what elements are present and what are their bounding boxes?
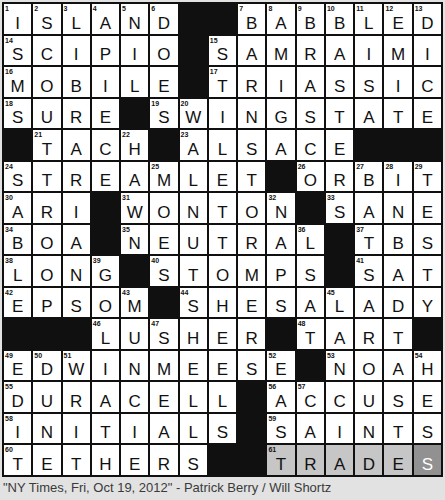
cell-r7c5[interactable]: 31W [121, 193, 148, 223]
cell-r14c12[interactable]: I [326, 414, 353, 444]
cell-r6c2[interactable]: T [33, 162, 60, 192]
black-cell-r11c10 [267, 319, 294, 349]
cell-r3c12[interactable]: S [326, 67, 353, 97]
cell-r5c5[interactable]: 22H [121, 130, 148, 160]
cell-r13c13[interactable]: U [355, 382, 382, 412]
cell-r13c14[interactable]: S [384, 382, 411, 412]
cell-letter: R [297, 46, 324, 63]
cell-r4c9[interactable]: N [238, 99, 265, 129]
cell-r8c1[interactable]: 34B [4, 225, 31, 255]
cell-r11c6[interactable]: 47S [150, 319, 177, 349]
clue-number: 19 [151, 99, 159, 108]
cell-letter: S [4, 46, 31, 63]
cell-r3c8[interactable]: 17T [209, 67, 236, 97]
cell-r7c8[interactable]: T [209, 193, 236, 223]
cell-letter: S [414, 424, 441, 441]
cell-r8c15[interactable]: S [414, 225, 441, 255]
cell-r4c11[interactable]: S [297, 99, 324, 129]
cell-r2c6[interactable]: O [150, 36, 177, 66]
cell-letter: I [4, 424, 31, 441]
cell-letter: H [180, 330, 207, 347]
cell-r12c14[interactable]: A [384, 351, 411, 381]
clue-number: 2 [34, 4, 38, 13]
cell-letter: T [384, 424, 411, 441]
cell-letter: L [4, 267, 31, 284]
cell-r6c8[interactable]: E [209, 162, 236, 192]
cell-letter: A [267, 141, 294, 158]
cell-r8c11[interactable]: 36L [297, 225, 324, 255]
black-cell-r14c9 [238, 414, 265, 444]
cell-r5c9[interactable]: S [238, 130, 265, 160]
cell-letter: I [355, 46, 382, 63]
cell-r8c2[interactable]: O [33, 225, 60, 255]
cell-r12c9[interactable]: S [238, 351, 265, 381]
cell-r15c2[interactable]: E [33, 445, 60, 475]
cell-letter: S [297, 267, 324, 284]
cell-r15c13[interactable]: D [355, 445, 382, 475]
cell-letter: N [384, 204, 411, 221]
cell-r9c7[interactable]: T [180, 256, 207, 286]
cell-letter: E [92, 172, 119, 189]
cell-r7c2[interactable]: R [33, 193, 60, 223]
cell-r2c12[interactable]: A [326, 36, 353, 66]
cell-r10c15[interactable]: Y [414, 288, 441, 318]
cell-r11c7[interactable]: H [180, 319, 207, 349]
cell-letter: A [238, 46, 265, 63]
cell-r10c9[interactable]: E [238, 288, 265, 318]
cell-r7c13[interactable]: A [355, 193, 382, 223]
cell-r1c15[interactable]: 13D [414, 4, 441, 34]
cell-r13c2[interactable]: U [33, 382, 60, 412]
cell-r14c6[interactable]: A [150, 414, 177, 444]
cell-r4c6[interactable]: 19S [150, 99, 177, 129]
cell-letter: C [414, 78, 441, 95]
cell-r12c4[interactable]: I [92, 351, 119, 381]
cell-letter: L [180, 424, 207, 441]
clue-number: 36 [298, 225, 306, 234]
cell-letter: A [92, 393, 119, 410]
cell-letter: N [121, 235, 148, 252]
cell-r14c15[interactable]: S [414, 414, 441, 444]
clue-number: 25 [151, 162, 159, 171]
cell-letter: E [209, 172, 236, 189]
black-cell-r11c3 [63, 319, 90, 349]
cell-r11c8[interactable]: E [209, 319, 236, 349]
cell-r14c2[interactable]: N [33, 414, 60, 444]
cell-letter: R [238, 235, 265, 252]
cell-letter: T [384, 109, 411, 126]
cell-r3c6[interactable]: E [150, 67, 177, 97]
cell-r7c10[interactable]: 32N [267, 193, 294, 223]
clue-number: 1 [5, 4, 9, 13]
cell-letter: I [63, 424, 90, 441]
cell-r12c13[interactable]: O [355, 351, 382, 381]
cell-r12c12[interactable]: 53N [326, 351, 353, 381]
cell-r3c1[interactable]: 16M [4, 67, 31, 97]
cell-r8c10[interactable]: A [267, 225, 294, 255]
clue-number: 32 [268, 193, 276, 202]
cell-r10c14[interactable]: D [384, 288, 411, 318]
cell-r14c1[interactable]: 58I [4, 414, 31, 444]
cell-r6c13[interactable]: 27B [355, 162, 382, 192]
cell-r15c4[interactable]: H [92, 445, 119, 475]
cell-r8c13[interactable]: 37T [355, 225, 382, 255]
cell-r3c3[interactable]: B [63, 67, 90, 97]
cell-letter: B [297, 15, 324, 32]
clue-number: 8 [268, 4, 272, 13]
cell-r15c5[interactable]: E [121, 445, 148, 475]
cell-r1c9[interactable]: 7B [238, 4, 265, 34]
cell-letter: O [355, 361, 382, 378]
cell-r2c10[interactable]: M [267, 36, 294, 66]
cell-letter: B [238, 15, 265, 32]
black-cell-r1c7 [180, 4, 207, 34]
cell-r6c14[interactable]: 28I [384, 162, 411, 192]
clue-number: 38 [5, 256, 13, 265]
cell-letter: I [414, 46, 441, 63]
cell-letter: A [297, 78, 324, 95]
cell-letter: M [238, 267, 265, 284]
cell-r10c13[interactable]: A [355, 288, 382, 318]
cell-r7c6[interactable]: O [150, 193, 177, 223]
cell-letter: N [326, 361, 353, 378]
cell-r5c4[interactable]: C [92, 130, 119, 160]
cell-r13c6[interactable]: E [150, 382, 177, 412]
cell-r8c3[interactable]: A [63, 225, 90, 255]
cell-letter: I [267, 78, 294, 95]
cell-r1c6[interactable]: 6D [150, 4, 177, 34]
cell-letter: A [355, 204, 382, 221]
cell-r13c7[interactable]: L [180, 382, 207, 412]
cell-r10c5[interactable]: 43M [121, 288, 148, 318]
cell-r1c4[interactable]: 4A [92, 4, 119, 34]
cell-r14c11[interactable]: A [297, 414, 324, 444]
cell-r1c3[interactable]: 3L [63, 4, 90, 34]
cell-r14c10[interactable]: 59S [267, 414, 294, 444]
clue-number: 59 [268, 414, 276, 423]
cell-r9c8[interactable]: O [209, 256, 236, 286]
cell-r7c12[interactable]: 33S [326, 193, 353, 223]
cell-r13c10[interactable]: 56A [267, 382, 294, 412]
black-cell-r5c14 [384, 130, 411, 160]
cell-r5c2[interactable]: 21T [33, 130, 60, 160]
cell-r1c2[interactable]: 2S [33, 4, 60, 34]
cell-r6c5[interactable]: A [121, 162, 148, 192]
black-cell-r5c13 [355, 130, 382, 160]
cell-letter: E [121, 456, 148, 473]
cell-r8c7[interactable]: U [180, 225, 207, 255]
cell-letter: C [92, 141, 119, 158]
cell-r4c13[interactable]: A [355, 99, 382, 129]
cell-r13c3[interactable]: R [63, 382, 90, 412]
cell-r10c2[interactable]: P [33, 288, 60, 318]
cell-r9c10[interactable]: P [267, 256, 294, 286]
cell-r6c6[interactable]: 25M [150, 162, 177, 192]
cell-r14c7[interactable]: L [180, 414, 207, 444]
clue-number: 43 [122, 288, 130, 297]
cell-letter: A [121, 172, 148, 189]
cell-r4c7[interactable]: 20W [180, 99, 207, 129]
cell-r12c5[interactable]: N [121, 351, 148, 381]
cell-r7c1[interactable]: 30A [4, 193, 31, 223]
cell-r3c9[interactable]: R [238, 67, 265, 97]
clue-number: 15 [210, 36, 218, 45]
clue-number: 20 [181, 99, 189, 108]
cell-r14c4[interactable]: T [92, 414, 119, 444]
cell-r1c10[interactable]: 8A [267, 4, 294, 34]
cell-r2c4[interactable]: P [92, 36, 119, 66]
cell-r13c5[interactable]: C [121, 382, 148, 412]
cell-r12c7[interactable]: E [180, 351, 207, 381]
cell-r9c1[interactable]: 38L [4, 256, 31, 286]
cell-r15c14[interactable]: E [384, 445, 411, 475]
cell-r3c10[interactable]: I [267, 67, 294, 97]
clue-number: 13 [415, 4, 423, 13]
cell-letter: E [209, 330, 236, 347]
cell-r6c7[interactable]: L [180, 162, 207, 192]
cell-letter: E [150, 235, 177, 252]
cell-r12c8[interactable]: E [209, 351, 236, 381]
cell-r7c15[interactable]: E [414, 193, 441, 223]
cell-r13c11[interactable]: 57C [297, 382, 324, 412]
cell-letter: W [121, 204, 148, 221]
cell-letter: I [92, 361, 119, 378]
cell-letter: C [297, 393, 324, 410]
cell-letter: E [414, 109, 441, 126]
cell-r10c8[interactable]: H [209, 288, 236, 318]
cell-r8c6[interactable]: E [150, 225, 177, 255]
cell-r5c8[interactable]: L [209, 130, 236, 160]
cell-letter: A [180, 141, 207, 158]
cell-letter: T [414, 172, 441, 189]
cell-r11c11[interactable]: 48T [297, 319, 324, 349]
cell-r5c11[interactable]: C [297, 130, 324, 160]
cell-r1c12[interactable]: 10B [326, 4, 353, 34]
cell-letter: S [267, 424, 294, 441]
cell-r9c4[interactable]: 39G [92, 256, 119, 286]
cell-r2c1[interactable]: 14S [4, 36, 31, 66]
cell-r14c14[interactable]: T [384, 414, 411, 444]
cell-r7c3[interactable]: I [63, 193, 90, 223]
cell-r1c13[interactable]: 11L [355, 4, 382, 34]
cell-r4c2[interactable]: U [33, 99, 60, 129]
cell-r6c15[interactable]: 29T [414, 162, 441, 192]
cell-letter: N [33, 424, 60, 441]
cell-r1c5[interactable]: 5N [121, 4, 148, 34]
cell-r15c15[interactable]: S [414, 445, 441, 475]
cell-r3c14[interactable]: I [384, 67, 411, 97]
cell-r10c12[interactable]: 45L [326, 288, 353, 318]
cell-r5c3[interactable]: A [63, 130, 90, 160]
cell-r14c8[interactable]: S [209, 414, 236, 444]
cell-r5c12[interactable]: E [326, 130, 353, 160]
cell-r6c1[interactable]: 24S [4, 162, 31, 192]
cell-letter: G [92, 267, 119, 284]
black-cell-r1c8 [209, 4, 236, 34]
cell-r6c3[interactable]: R [63, 162, 90, 192]
cell-r3c2[interactable]: O [33, 67, 60, 97]
cell-letter: I [4, 15, 31, 32]
cell-letter: S [33, 15, 60, 32]
black-cell-r7c4 [92, 193, 119, 223]
cell-r9c14[interactable]: A [384, 256, 411, 286]
cell-letter: S [238, 361, 265, 378]
cell-letter: T [4, 456, 31, 473]
cell-r13c1[interactable]: 55D [4, 382, 31, 412]
clue-number: 35 [122, 225, 130, 234]
cell-r15c10[interactable]: 61T [267, 445, 294, 475]
cell-r15c3[interactable]: T [63, 445, 90, 475]
cell-r4c10[interactable]: G [267, 99, 294, 129]
cell-r3c13[interactable]: S [355, 67, 382, 97]
cell-r2c2[interactable]: C [33, 36, 60, 66]
cell-r15c12[interactable]: A [326, 445, 353, 475]
cell-r13c8[interactable]: L [209, 382, 236, 412]
cell-r7c14[interactable]: N [384, 193, 411, 223]
black-cell-r15c8 [209, 445, 236, 475]
cell-r12c2[interactable]: 50D [33, 351, 60, 381]
cell-r3c5[interactable]: L [121, 67, 148, 97]
cell-letter: S [384, 393, 411, 410]
cell-letter: G [267, 109, 294, 126]
cell-r2c5[interactable]: I [121, 36, 148, 66]
cell-r12c6[interactable]: M [150, 351, 177, 381]
cell-r2c3[interactable]: I [63, 36, 90, 66]
cell-r14c13[interactable]: N [355, 414, 382, 444]
cell-r7c7[interactable]: N [180, 193, 207, 223]
cell-r4c14[interactable]: T [384, 99, 411, 129]
cell-r12c10[interactable]: 52E [267, 351, 294, 381]
cell-r11c5[interactable]: U [121, 319, 148, 349]
cell-letter: A [297, 298, 324, 315]
cell-r9c3[interactable]: N [63, 256, 90, 286]
cell-r9c2[interactable]: O [33, 256, 60, 286]
cell-r1c1[interactable]: 1I [4, 4, 31, 34]
cell-letter: B [355, 172, 382, 189]
cell-r2c9[interactable]: A [238, 36, 265, 66]
cell-r6c12[interactable]: R [326, 162, 353, 192]
cell-letter: B [384, 235, 411, 252]
cell-r8c5[interactable]: 35N [121, 225, 148, 255]
cell-r8c8[interactable]: T [209, 225, 236, 255]
cell-r14c5[interactable]: I [121, 414, 148, 444]
cell-letter: U [33, 109, 60, 126]
cell-r11c13[interactable]: R [355, 319, 382, 349]
cell-letter: O [209, 267, 236, 284]
cell-r9c9[interactable]: M [238, 256, 265, 286]
cell-r10c3[interactable]: S [63, 288, 90, 318]
clue-number: 5 [122, 4, 126, 13]
cell-r12c15[interactable]: 54H [414, 351, 441, 381]
cell-r15c11[interactable]: R [297, 445, 324, 475]
cell-r7c9[interactable]: O [238, 193, 265, 223]
cell-letter: A [326, 330, 353, 347]
cell-r4c15[interactable]: E [414, 99, 441, 129]
cell-r11c4[interactable]: 46L [92, 319, 119, 349]
cell-r2c13[interactable]: I [355, 36, 382, 66]
cell-r11c9[interactable]: R [238, 319, 265, 349]
cell-r10c1[interactable]: 42E [4, 288, 31, 318]
cell-r4c4[interactable]: E [92, 99, 119, 129]
cell-r15c7[interactable]: S [180, 445, 207, 475]
cell-letter: R [326, 172, 353, 189]
cell-r2c8[interactable]: 15S [209, 36, 236, 66]
cell-r3c15[interactable]: C [414, 67, 441, 97]
clue-number: 31 [122, 193, 130, 202]
cell-r2c11[interactable]: R [297, 36, 324, 66]
cell-r9c15[interactable]: T [414, 256, 441, 286]
cell-r14c3[interactable]: I [63, 414, 90, 444]
cell-letter: M [150, 361, 177, 378]
cell-r12c1[interactable]: 49E [4, 351, 31, 381]
cell-r8c9[interactable]: R [238, 225, 265, 255]
cell-r9c13[interactable]: 41S [355, 256, 382, 286]
cell-r6c4[interactable]: E [92, 162, 119, 192]
cell-letter: S [238, 141, 265, 158]
cell-letter: D [384, 298, 411, 315]
cell-letter: R [355, 330, 382, 347]
cell-r10c10[interactable]: S [267, 288, 294, 318]
cell-r15c1[interactable]: 60T [4, 445, 31, 475]
cell-r5c10[interactable]: A [267, 130, 294, 160]
cell-r13c15[interactable]: E [414, 382, 441, 412]
cell-r15c6[interactable]: R [150, 445, 177, 475]
cell-r1c14[interactable]: 12E [384, 4, 411, 34]
cell-letter: T [209, 78, 236, 95]
cell-letter: C [121, 393, 148, 410]
cell-letter: O [33, 78, 60, 95]
clue-number: 48 [298, 319, 306, 328]
cell-r13c12[interactable]: C [326, 382, 353, 412]
clue-number: 30 [5, 193, 13, 202]
cell-r13c4[interactable]: A [92, 382, 119, 412]
cell-letter: E [4, 361, 31, 378]
cell-r4c1[interactable]: 18S [4, 99, 31, 129]
black-cell-r8c4 [92, 225, 119, 255]
cell-letter: I [121, 46, 148, 63]
cell-r11c12[interactable]: A [326, 319, 353, 349]
cell-r6c9[interactable]: T [238, 162, 265, 192]
cell-r2c14[interactable]: M [384, 36, 411, 66]
cell-r5c7[interactable]: 23A [180, 130, 207, 160]
cell-r3c11[interactable]: A [297, 67, 324, 97]
cell-letter: D [33, 361, 60, 378]
cell-r10c7[interactable]: 44S [180, 288, 207, 318]
cell-r10c4[interactable]: O [92, 288, 119, 318]
clue-number: 12 [385, 4, 393, 13]
cell-r8c14[interactable]: B [384, 225, 411, 255]
cell-letter: E [150, 393, 177, 410]
cell-letter: S [297, 109, 324, 126]
cell-r12c3[interactable]: 51W [63, 351, 90, 381]
cell-r4c12[interactable]: T [326, 99, 353, 129]
cell-r1c11[interactable]: 9B [297, 4, 324, 34]
cell-r4c8[interactable]: I [209, 99, 236, 129]
cell-r11c14[interactable]: T [384, 319, 411, 349]
cell-letter: U [355, 393, 382, 410]
cell-r2c15[interactable]: I [414, 36, 441, 66]
clue-number: 41 [356, 256, 364, 265]
cell-letter: N [121, 361, 148, 378]
cell-letter: S [414, 235, 441, 252]
cell-r4c3[interactable]: R [63, 99, 90, 129]
cell-r6c11[interactable]: 26O [297, 162, 324, 192]
cell-r3c4[interactable]: I [92, 67, 119, 97]
clue-number: 9 [298, 4, 302, 13]
cell-r9c6[interactable]: 40S [150, 256, 177, 286]
cell-r9c11[interactable]: S [297, 256, 324, 286]
cell-r10c11[interactable]: A [297, 288, 324, 318]
